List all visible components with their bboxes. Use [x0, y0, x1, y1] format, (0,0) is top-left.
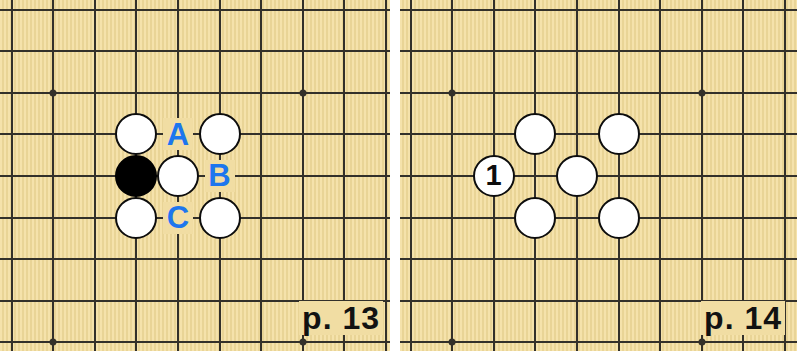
grid-hline [400, 92, 797, 94]
white-stone [115, 197, 157, 239]
grid-hline [0, 9, 390, 11]
go-board-diagram-left: ABCp. 13 [0, 0, 390, 351]
grid-hline [400, 175, 797, 177]
page-number-label: p. 13 [299, 301, 383, 335]
panel-divider [390, 0, 400, 351]
white-stone [199, 113, 241, 155]
white-stone [514, 197, 556, 239]
grid-hline [0, 258, 390, 260]
grid-hline [0, 92, 390, 94]
star-point [299, 89, 306, 96]
point-label-B: B [205, 160, 235, 192]
star-point [698, 89, 705, 96]
page-number-label: p. 14 [701, 301, 785, 335]
star-point [50, 339, 57, 346]
white-stone [115, 113, 157, 155]
book-scan-page: ABCp. 13 1p. 14 [0, 0, 797, 351]
star-point [698, 339, 705, 346]
white-stone [556, 155, 598, 197]
grid-hline [400, 258, 797, 260]
point-label-C: C [163, 202, 193, 234]
star-point [449, 339, 456, 346]
white-stone [598, 113, 640, 155]
grid-hline [0, 217, 390, 219]
white-stone [514, 113, 556, 155]
white-stone [598, 197, 640, 239]
star-point [50, 89, 57, 96]
white-stone [199, 197, 241, 239]
grid-hline [0, 50, 390, 52]
star-point [449, 89, 456, 96]
grid-hline [400, 9, 797, 11]
grid-hline [0, 133, 390, 135]
black-stone [115, 155, 157, 197]
white-stone [157, 155, 199, 197]
stone-number: 1 [486, 161, 502, 190]
grid-hline [0, 341, 390, 343]
star-point [299, 339, 306, 346]
stone-move-1: 1 [473, 155, 515, 197]
go-board-diagram-right: 1p. 14 [400, 0, 797, 351]
grid-hline [400, 50, 797, 52]
grid-hline [400, 341, 797, 343]
point-label-A: A [163, 118, 193, 150]
